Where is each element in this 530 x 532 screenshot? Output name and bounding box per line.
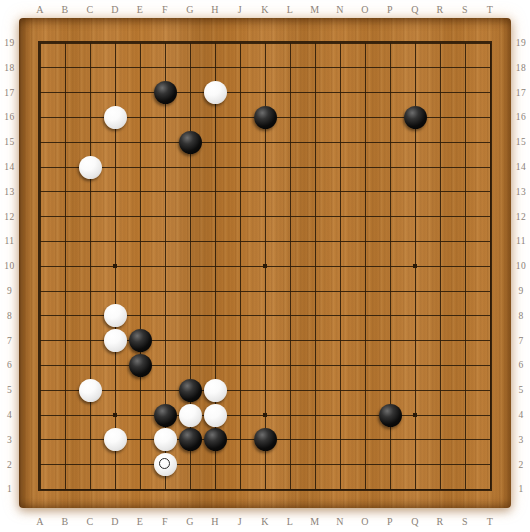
column-label-top-O: O bbox=[355, 3, 375, 17]
column-label-top-D: D bbox=[105, 3, 125, 17]
column-label-bottom-M: M bbox=[305, 515, 325, 529]
row-label-right-19: 19 bbox=[513, 36, 529, 50]
stone-white-C5[interactable] bbox=[79, 379, 102, 402]
stone-black-F4[interactable] bbox=[154, 404, 177, 427]
row-label-left-5: 5 bbox=[2, 383, 17, 397]
column-label-bottom-H: H bbox=[205, 515, 225, 529]
column-label-bottom-O: O bbox=[355, 515, 375, 529]
go-board[interactable] bbox=[19, 18, 511, 508]
column-label-top-E: E bbox=[130, 3, 150, 17]
column-label-top-F: F bbox=[155, 3, 175, 17]
row-label-right-10: 10 bbox=[513, 259, 529, 273]
row-label-left-19: 19 bbox=[2, 36, 17, 50]
column-label-top-B: B bbox=[55, 3, 75, 17]
column-label-bottom-T: T bbox=[480, 515, 500, 529]
column-label-top-K: K bbox=[255, 3, 275, 17]
stone-white-H5[interactable] bbox=[204, 379, 227, 402]
row-label-right-18: 18 bbox=[513, 61, 529, 75]
row-label-right-14: 14 bbox=[513, 160, 529, 174]
row-label-left-8: 8 bbox=[2, 309, 17, 323]
column-label-bottom-G: G bbox=[180, 515, 200, 529]
row-label-left-2: 2 bbox=[2, 458, 17, 472]
row-label-right-9: 9 bbox=[513, 284, 529, 298]
row-label-right-1: 1 bbox=[513, 482, 529, 496]
row-label-left-6: 6 bbox=[2, 358, 17, 372]
row-label-right-7: 7 bbox=[513, 334, 529, 348]
column-label-bottom-A: A bbox=[30, 515, 50, 529]
row-label-right-5: 5 bbox=[513, 383, 529, 397]
column-label-bottom-B: B bbox=[55, 515, 75, 529]
stone-black-Q16[interactable] bbox=[404, 106, 427, 129]
go-game-screen: ABCDEFGHJKLMNOPQRST ABCDEFGHJKLMNOPQRST … bbox=[0, 0, 530, 532]
stone-black-P4[interactable] bbox=[379, 404, 402, 427]
stone-white-C14[interactable] bbox=[79, 156, 102, 179]
row-label-left-7: 7 bbox=[2, 334, 17, 348]
column-label-bottom-Q: Q bbox=[405, 515, 425, 529]
row-label-left-12: 12 bbox=[2, 210, 17, 224]
row-label-left-16: 16 bbox=[2, 110, 17, 124]
stone-white-F2[interactable] bbox=[154, 453, 177, 476]
row-label-left-9: 9 bbox=[2, 284, 17, 298]
stone-white-H17[interactable] bbox=[204, 81, 227, 104]
stone-black-E6[interactable] bbox=[129, 354, 152, 377]
row-label-left-11: 11 bbox=[2, 234, 17, 248]
row-label-left-14: 14 bbox=[2, 160, 17, 174]
row-label-left-3: 3 bbox=[2, 433, 17, 447]
column-label-top-P: P bbox=[380, 3, 400, 17]
row-label-right-4: 4 bbox=[513, 408, 529, 422]
column-label-top-M: M bbox=[305, 3, 325, 17]
column-label-bottom-E: E bbox=[130, 515, 150, 529]
stone-black-G3[interactable] bbox=[179, 428, 202, 451]
column-label-top-G: G bbox=[180, 3, 200, 17]
row-label-left-4: 4 bbox=[2, 408, 17, 422]
column-label-top-N: N bbox=[330, 3, 350, 17]
stone-black-K16[interactable] bbox=[254, 106, 277, 129]
stone-white-F3[interactable] bbox=[154, 428, 177, 451]
stones-layer bbox=[19, 18, 511, 508]
column-label-top-T: T bbox=[480, 3, 500, 17]
row-label-left-15: 15 bbox=[2, 135, 17, 149]
row-label-right-15: 15 bbox=[513, 135, 529, 149]
column-label-top-H: H bbox=[205, 3, 225, 17]
row-label-left-10: 10 bbox=[2, 259, 17, 273]
column-label-bottom-F: F bbox=[155, 515, 175, 529]
column-label-bottom-L: L bbox=[280, 515, 300, 529]
column-label-top-S: S bbox=[455, 3, 475, 17]
stone-white-H4[interactable] bbox=[204, 404, 227, 427]
stone-black-K3[interactable] bbox=[254, 428, 277, 451]
last-move-marker bbox=[159, 458, 170, 469]
stone-white-D7[interactable] bbox=[104, 329, 127, 352]
stone-white-D8[interactable] bbox=[104, 304, 127, 327]
column-label-top-R: R bbox=[430, 3, 450, 17]
column-label-bottom-J: J bbox=[230, 515, 250, 529]
stone-black-H3[interactable] bbox=[204, 428, 227, 451]
row-label-left-1: 1 bbox=[2, 482, 17, 496]
stone-white-D3[interactable] bbox=[104, 428, 127, 451]
column-label-top-C: C bbox=[80, 3, 100, 17]
row-label-right-8: 8 bbox=[513, 309, 529, 323]
column-label-top-Q: Q bbox=[405, 3, 425, 17]
column-label-bottom-C: C bbox=[80, 515, 100, 529]
column-label-bottom-K: K bbox=[255, 515, 275, 529]
stone-black-E7[interactable] bbox=[129, 329, 152, 352]
column-label-bottom-N: N bbox=[330, 515, 350, 529]
stone-black-G5[interactable] bbox=[179, 379, 202, 402]
column-label-top-J: J bbox=[230, 3, 250, 17]
stone-black-F17[interactable] bbox=[154, 81, 177, 104]
column-label-bottom-P: P bbox=[380, 515, 400, 529]
column-label-bottom-S: S bbox=[455, 515, 475, 529]
row-label-left-13: 13 bbox=[2, 185, 17, 199]
row-label-right-13: 13 bbox=[513, 185, 529, 199]
row-label-right-2: 2 bbox=[513, 458, 529, 472]
column-label-top-A: A bbox=[30, 3, 50, 17]
column-label-bottom-R: R bbox=[430, 515, 450, 529]
row-label-left-17: 17 bbox=[2, 86, 17, 100]
column-label-bottom-D: D bbox=[105, 515, 125, 529]
stone-black-G15[interactable] bbox=[179, 131, 202, 154]
stone-white-G4[interactable] bbox=[179, 404, 202, 427]
row-label-left-18: 18 bbox=[2, 61, 17, 75]
row-label-right-11: 11 bbox=[513, 234, 529, 248]
row-label-right-12: 12 bbox=[513, 210, 529, 224]
column-label-top-L: L bbox=[280, 3, 300, 17]
row-label-right-6: 6 bbox=[513, 358, 529, 372]
row-label-right-16: 16 bbox=[513, 110, 529, 124]
row-label-right-3: 3 bbox=[513, 433, 529, 447]
stone-white-D16[interactable] bbox=[104, 106, 127, 129]
row-label-right-17: 17 bbox=[513, 86, 529, 100]
